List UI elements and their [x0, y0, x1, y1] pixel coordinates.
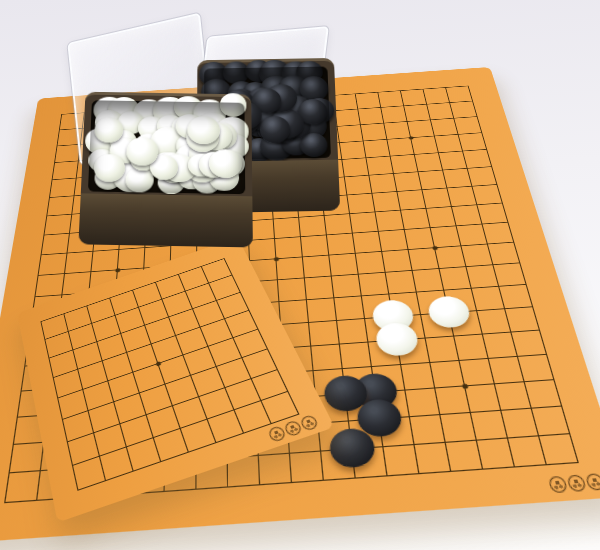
go-set-photo — [0, 0, 600, 550]
star-point — [155, 361, 161, 367]
stamp-seal — [299, 414, 319, 432]
white-bowl-front — [78, 193, 252, 247]
stamp-seal — [566, 474, 587, 492]
maker-stamp-main — [548, 473, 600, 493]
white-stone[interactable] — [425, 295, 472, 329]
white-bowl-stone — [94, 117, 124, 142]
white-stone-bowl[interactable] — [78, 92, 252, 248]
stamp-seal — [548, 476, 569, 494]
white-stone[interactable] — [374, 321, 420, 356]
white-bowl-stone — [220, 93, 247, 116]
star-point — [273, 257, 278, 261]
white-bowl-stone — [188, 116, 220, 144]
stamp-seal — [283, 420, 303, 438]
star-point — [408, 136, 413, 139]
white-bowl-stone — [209, 149, 242, 178]
star-point — [432, 246, 438, 250]
stamp-seal — [267, 425, 287, 443]
small-board-grid — [40, 258, 299, 491]
stamp-seal — [585, 473, 600, 491]
star-point — [115, 268, 120, 272]
star-point — [461, 383, 468, 388]
